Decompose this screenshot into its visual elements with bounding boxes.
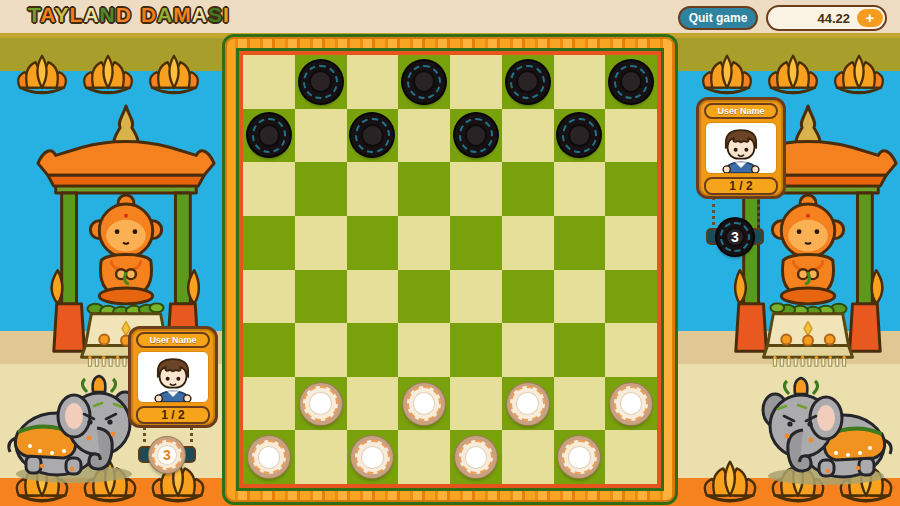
board-cell-b5 — [295, 216, 347, 270]
board-cell-b4[interactable] — [295, 270, 347, 324]
board-cell-e4 — [450, 270, 502, 324]
board-cell-c4 — [347, 270, 399, 324]
board-cell-h2[interactable] — [605, 377, 657, 431]
white-piece[interactable] — [507, 383, 549, 425]
lotus-row-top-left — [16, 53, 200, 95]
board-cell-a1[interactable] — [243, 430, 295, 484]
black-piece[interactable] — [455, 114, 497, 156]
game-screen: TAYLANDDAMASI Quit game 44.22 + — [0, 0, 900, 506]
board-cell-e7[interactable] — [450, 109, 502, 163]
board-cell-d3 — [398, 323, 450, 377]
board-cell-c1[interactable] — [347, 430, 399, 484]
board-cell-a6 — [243, 162, 295, 216]
board-cell-b1 — [295, 430, 347, 484]
quit-game-button[interactable]: Quit game — [678, 6, 758, 30]
board-cell-h1 — [605, 430, 657, 484]
board-cell-h7 — [605, 109, 657, 163]
board-cell-b3 — [295, 323, 347, 377]
board-cell-c8 — [347, 55, 399, 109]
board-cell-b2[interactable] — [295, 377, 347, 431]
board-cell-h8[interactable] — [605, 55, 657, 109]
board-cell-d1 — [398, 430, 450, 484]
board-cell-c5[interactable] — [347, 216, 399, 270]
board-cell-g4 — [554, 270, 606, 324]
black-piece[interactable] — [248, 114, 290, 156]
board-cell-g6 — [554, 162, 606, 216]
board-cell-d5 — [398, 216, 450, 270]
player-card-right: User Name 1 / 2 — [696, 97, 786, 199]
board-cell-d2[interactable] — [398, 377, 450, 431]
board-cell-f1 — [502, 430, 554, 484]
lotus-icon — [82, 53, 134, 95]
lotus-icon — [16, 53, 68, 95]
board-cell-g5[interactable] — [554, 216, 606, 270]
player-avatar-left — [137, 351, 209, 403]
board-cell-b6[interactable] — [295, 162, 347, 216]
board-cell-a3[interactable] — [243, 323, 295, 377]
board-cell-a5[interactable] — [243, 216, 295, 270]
black-piece[interactable] — [300, 61, 342, 103]
player-avatar-right — [705, 122, 777, 174]
chain-right-a — [712, 197, 715, 231]
white-piece[interactable] — [403, 383, 445, 425]
white-piece[interactable] — [558, 436, 600, 478]
add-coins-button[interactable]: + — [857, 9, 883, 27]
board-cell-d6[interactable] — [398, 162, 450, 216]
player-name-left: User Name — [136, 332, 210, 348]
white-piece[interactable] — [610, 383, 652, 425]
black-piece[interactable] — [558, 114, 600, 156]
board-cell-a4 — [243, 270, 295, 324]
lotus-icon — [833, 53, 885, 95]
board-cell-g2 — [554, 377, 606, 431]
chain-right-b — [757, 197, 760, 231]
board-cell-f5 — [502, 216, 554, 270]
board-cell-c6 — [347, 162, 399, 216]
white-piece[interactable] — [455, 436, 497, 478]
black-piece[interactable] — [507, 61, 549, 103]
board-cell-d4[interactable] — [398, 270, 450, 324]
board-cell-e8 — [450, 55, 502, 109]
board-cell-e3[interactable] — [450, 323, 502, 377]
badge-number-left: 3 — [149, 437, 185, 473]
board-cell-h5 — [605, 216, 657, 270]
board-cell-h6[interactable] — [605, 162, 657, 216]
black-piece[interactable] — [403, 61, 445, 103]
white-piece[interactable] — [351, 436, 393, 478]
board-cell-b8[interactable] — [295, 55, 347, 109]
black-piece-count-badge: 3 — [717, 219, 753, 255]
board-cell-a2 — [243, 377, 295, 431]
white-piece-count-badge: 3 — [149, 437, 185, 473]
board-cell-c3[interactable] — [347, 323, 399, 377]
player-score-right: 1 / 2 — [704, 177, 778, 195]
board-cell-e2 — [450, 377, 502, 431]
player-name-right: User Name — [704, 103, 778, 119]
player-avatar — [145, 352, 201, 402]
white-piece[interactable] — [300, 383, 342, 425]
white-piece[interactable] — [248, 436, 290, 478]
board-cell-g1[interactable] — [554, 430, 606, 484]
board-cell-a7[interactable] — [243, 109, 295, 163]
elephant-right — [748, 374, 898, 486]
board-cell-c2 — [347, 377, 399, 431]
board-cell-a8 — [243, 55, 295, 109]
elephant-illustration — [748, 374, 898, 486]
badge-number-right: 3 — [717, 219, 753, 255]
board-cell-f3 — [502, 323, 554, 377]
player-avatar — [713, 123, 769, 173]
board-cell-g7[interactable] — [554, 109, 606, 163]
board-cell-f8[interactable] — [502, 55, 554, 109]
board-cell-f4[interactable] — [502, 270, 554, 324]
lotus-row-top-right — [701, 53, 885, 95]
board-frame — [222, 34, 678, 505]
player-score-left: 1 / 2 — [136, 406, 210, 424]
balance-value: 44.22 — [768, 11, 857, 26]
lotus-icon — [767, 53, 819, 95]
board-cell-d7 — [398, 109, 450, 163]
board-cell-e1[interactable] — [450, 430, 502, 484]
black-piece[interactable] — [610, 61, 652, 103]
black-piece[interactable] — [351, 114, 393, 156]
currency-pill: 44.22 + — [766, 5, 887, 31]
board-cell-f6[interactable] — [502, 162, 554, 216]
player-card-left: User Name 1 / 2 — [128, 326, 218, 428]
board-cell-e5[interactable] — [450, 216, 502, 270]
lotus-icon — [701, 53, 753, 95]
checkers-board — [222, 34, 678, 505]
lotus-icon — [148, 53, 200, 95]
board-cell-e6 — [450, 162, 502, 216]
board-cell-f2[interactable] — [502, 377, 554, 431]
board-cell-d8[interactable] — [398, 55, 450, 109]
board-cell-g3[interactable] — [554, 323, 606, 377]
board-grid — [239, 51, 661, 488]
board-cell-h4[interactable] — [605, 270, 657, 324]
board-cell-h3 — [605, 323, 657, 377]
board-cell-c7[interactable] — [347, 109, 399, 163]
board-cell-b7 — [295, 109, 347, 163]
board-cell-g8 — [554, 55, 606, 109]
game-logo: TAYLANDDAMASI — [28, 3, 230, 27]
board-cell-f7 — [502, 109, 554, 163]
board-inner-frame — [236, 48, 664, 491]
